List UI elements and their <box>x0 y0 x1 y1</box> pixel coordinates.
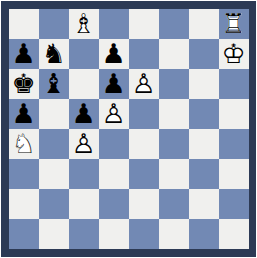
square-b3[interactable] <box>39 159 69 189</box>
square-d7[interactable]: ♟ <box>99 39 129 69</box>
piece-white-rook[interactable]: ♜♖ <box>219 9 249 39</box>
square-h2[interactable] <box>219 189 249 219</box>
square-d4[interactable] <box>99 129 129 159</box>
square-f4[interactable] <box>159 129 189 159</box>
square-a5[interactable]: ♟ <box>9 99 39 129</box>
square-g7[interactable] <box>189 39 219 69</box>
piece-white-pawn[interactable]: ♟♙ <box>69 129 99 159</box>
square-c2[interactable] <box>69 189 99 219</box>
square-f3[interactable] <box>159 159 189 189</box>
square-g2[interactable] <box>189 189 219 219</box>
white-piece-outline: ♔ <box>219 39 249 69</box>
piece-white-knight[interactable]: ♞♘ <box>9 129 39 159</box>
square-b7[interactable]: ♞ <box>39 39 69 69</box>
square-c7[interactable] <box>69 39 99 69</box>
square-b6[interactable]: ♝ <box>39 69 69 99</box>
square-e3[interactable] <box>129 159 159 189</box>
square-e4[interactable] <box>129 129 159 159</box>
white-piece-outline: ♘ <box>9 129 39 159</box>
square-f2[interactable] <box>159 189 189 219</box>
square-h7[interactable]: ♚♔ <box>219 39 249 69</box>
square-d2[interactable] <box>99 189 129 219</box>
square-c1[interactable] <box>69 219 99 249</box>
square-b1[interactable] <box>39 219 69 249</box>
square-a8[interactable] <box>9 9 39 39</box>
board-frame: ♝♗♜♖♟♞♟♚♔♚♝♟♟♙♟♟♟♙♞♘♟♙ <box>0 0 257 258</box>
square-h3[interactable] <box>219 159 249 189</box>
square-f1[interactable] <box>159 219 189 249</box>
square-c5[interactable]: ♟ <box>69 99 99 129</box>
white-piece-outline: ♙ <box>129 69 159 99</box>
piece-black-pawn[interactable]: ♟ <box>99 39 129 69</box>
square-h5[interactable] <box>219 99 249 129</box>
square-g8[interactable] <box>189 9 219 39</box>
square-h8[interactable]: ♜♖ <box>219 9 249 39</box>
square-b2[interactable] <box>39 189 69 219</box>
square-h1[interactable] <box>219 219 249 249</box>
chess-board: ♝♗♜♖♟♞♟♚♔♚♝♟♟♙♟♟♟♙♞♘♟♙ <box>9 9 249 249</box>
square-d5[interactable]: ♟♙ <box>99 99 129 129</box>
square-f8[interactable] <box>159 9 189 39</box>
square-d8[interactable] <box>99 9 129 39</box>
square-c4[interactable]: ♟♙ <box>69 129 99 159</box>
black-piece-glyph: ♟ <box>69 99 99 129</box>
square-g4[interactable] <box>189 129 219 159</box>
piece-white-bishop[interactable]: ♝♗ <box>69 9 99 39</box>
square-c6[interactable] <box>69 69 99 99</box>
square-a4[interactable]: ♞♘ <box>9 129 39 159</box>
square-f6[interactable] <box>159 69 189 99</box>
black-piece-glyph: ♟ <box>9 39 39 69</box>
piece-black-pawn[interactable]: ♟ <box>99 69 129 99</box>
square-h4[interactable] <box>219 129 249 159</box>
square-b8[interactable] <box>39 9 69 39</box>
square-a7[interactable]: ♟ <box>9 39 39 69</box>
black-piece-glyph: ♟ <box>99 69 129 99</box>
white-piece-outline: ♗ <box>69 9 99 39</box>
square-e1[interactable] <box>129 219 159 249</box>
piece-black-pawn[interactable]: ♟ <box>9 99 39 129</box>
black-piece-glyph: ♚ <box>9 69 39 99</box>
square-a1[interactable] <box>9 219 39 249</box>
black-piece-glyph: ♝ <box>39 69 69 99</box>
piece-white-pawn[interactable]: ♟♙ <box>99 99 129 129</box>
piece-black-pawn[interactable]: ♟ <box>69 99 99 129</box>
square-a3[interactable] <box>9 159 39 189</box>
square-b4[interactable] <box>39 129 69 159</box>
piece-black-pawn[interactable]: ♟ <box>9 39 39 69</box>
square-f5[interactable] <box>159 99 189 129</box>
square-f7[interactable] <box>159 39 189 69</box>
piece-white-king[interactable]: ♚♔ <box>219 39 249 69</box>
square-e2[interactable] <box>129 189 159 219</box>
square-c3[interactable] <box>69 159 99 189</box>
square-g1[interactable] <box>189 219 219 249</box>
square-a6[interactable]: ♚ <box>9 69 39 99</box>
square-d3[interactable] <box>99 159 129 189</box>
square-e5[interactable] <box>129 99 159 129</box>
square-c8[interactable]: ♝♗ <box>69 9 99 39</box>
square-g6[interactable] <box>189 69 219 99</box>
square-g3[interactable] <box>189 159 219 189</box>
black-piece-glyph: ♟ <box>9 99 39 129</box>
piece-white-pawn[interactable]: ♟♙ <box>129 69 159 99</box>
piece-black-king[interactable]: ♚ <box>9 69 39 99</box>
square-e7[interactable] <box>129 39 159 69</box>
square-e6[interactable]: ♟♙ <box>129 69 159 99</box>
square-d1[interactable] <box>99 219 129 249</box>
square-g5[interactable] <box>189 99 219 129</box>
white-piece-outline: ♙ <box>69 129 99 159</box>
square-a2[interactable] <box>9 189 39 219</box>
piece-black-knight[interactable]: ♞ <box>39 39 69 69</box>
square-b5[interactable] <box>39 99 69 129</box>
white-piece-outline: ♙ <box>99 99 129 129</box>
black-piece-glyph: ♞ <box>39 39 69 69</box>
black-piece-glyph: ♟ <box>99 39 129 69</box>
square-e8[interactable] <box>129 9 159 39</box>
piece-black-bishop[interactable]: ♝ <box>39 69 69 99</box>
white-piece-outline: ♖ <box>219 9 249 39</box>
square-h6[interactable] <box>219 69 249 99</box>
square-d6[interactable]: ♟ <box>99 69 129 99</box>
